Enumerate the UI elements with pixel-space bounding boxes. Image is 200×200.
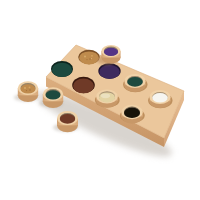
photo-stage xyxy=(0,0,200,200)
white-pad xyxy=(152,93,168,103)
cream-highlight xyxy=(101,93,110,98)
cylinder-cork-loose[interactable] xyxy=(18,81,38,102)
cork-pad xyxy=(21,84,36,93)
dark-purple-pad xyxy=(99,65,120,79)
cylinder-dark-green-placed[interactable] xyxy=(124,74,145,92)
purple-pad xyxy=(104,48,118,56)
cylinder-dark-green-loose[interactable] xyxy=(43,87,63,108)
cylinder-black-placed[interactable] xyxy=(121,105,143,124)
dark-green-pad xyxy=(46,90,61,99)
cork-pad xyxy=(79,51,99,64)
dark-green-pad xyxy=(127,77,143,87)
scene xyxy=(0,0,200,200)
brown-pad xyxy=(60,114,75,124)
cylinder-white-placed[interactable] xyxy=(149,90,170,108)
cylinder-purple[interactable] xyxy=(101,45,120,64)
hole-front-1-dark-green[interactable] xyxy=(51,61,73,77)
hole-front-2-brown[interactable] xyxy=(72,77,95,94)
dark-green-pad xyxy=(52,63,72,77)
brown-pad xyxy=(73,79,94,94)
hole-back-2-dark-purple[interactable] xyxy=(98,63,120,79)
cylinder-brown-loose[interactable] xyxy=(57,111,78,132)
black-pad xyxy=(124,108,140,118)
cylinder-cream-placed[interactable] xyxy=(96,89,118,107)
